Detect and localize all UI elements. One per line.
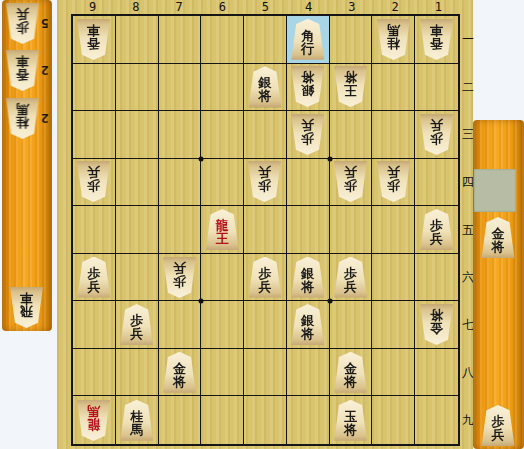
shogi-piece[interactable]: 銀将 [247, 66, 282, 107]
shogi-piece[interactable]: 金将 [419, 304, 454, 345]
file-label: 8 [114, 0, 157, 14]
piece-kanji: 歩 [258, 179, 271, 192]
file-label: 3 [330, 0, 373, 14]
shogi-piece[interactable]: 角行 [290, 19, 325, 60]
board-square[interactable]: 歩兵 [415, 111, 458, 159]
piece-kanji: 銀 [301, 84, 314, 97]
board-square[interactable]: 歩兵 [73, 254, 116, 302]
board-square[interactable] [201, 111, 244, 159]
hand-slot[interactable] [473, 261, 524, 308]
shogi-piece[interactable]: 歩兵 [5, 3, 40, 44]
shogi-piece[interactable]: 龍馬 [76, 400, 111, 441]
piece-kanji: 兵 [258, 166, 271, 179]
hand-piece-count: 5 [41, 16, 49, 31]
piece-kanji: 兵 [130, 327, 143, 340]
hand-slot[interactable] [473, 308, 524, 355]
hand-slot[interactable] [473, 120, 524, 167]
board-square[interactable]: 王将 [330, 64, 373, 112]
board-square[interactable] [201, 16, 244, 64]
board-square[interactable] [159, 301, 202, 349]
piece-kanji: 桂 [16, 116, 29, 129]
shogi-piece[interactable]: 歩兵 [333, 257, 368, 298]
piece-kanji: 兵 [492, 428, 505, 441]
board-square[interactable]: 銀将 [287, 301, 330, 349]
shogi-piece[interactable]: 桂馬 [5, 98, 40, 139]
hand-slot[interactable] [2, 189, 52, 236]
hand-slot[interactable]: 2桂馬 [2, 95, 52, 142]
hand-slot[interactable] [2, 142, 52, 189]
hand-slot[interactable]: 金将 [473, 214, 524, 261]
board-square[interactable] [116, 349, 159, 397]
board-square[interactable] [372, 349, 415, 397]
piece-kanji: 将 [344, 375, 357, 388]
piece-kanji: 将 [301, 71, 314, 84]
piece-kanji: 兵 [87, 166, 100, 179]
board-square[interactable] [116, 159, 159, 207]
file-labels: 987654321 [71, 0, 460, 14]
board-square[interactable] [201, 396, 244, 444]
board-square[interactable] [372, 206, 415, 254]
shogi-piece[interactable]: 金将 [333, 352, 368, 393]
board-square[interactable]: 歩兵 [415, 206, 458, 254]
board-square[interactable] [201, 301, 244, 349]
hand-slot-content: 2香車 [5, 50, 49, 91]
board-square[interactable]: 歩兵 [330, 254, 373, 302]
board-square[interactable] [116, 111, 159, 159]
shogi-piece[interactable]: 歩兵 [247, 257, 282, 298]
shogi-piece[interactable]: 飛車 [9, 287, 44, 328]
board-square[interactable] [73, 206, 116, 254]
piece-kanji: 角 [301, 29, 314, 42]
hand-slot-content: 2桂馬 [5, 98, 49, 139]
board-square[interactable] [201, 254, 244, 302]
board-square[interactable] [372, 64, 415, 112]
board-square[interactable] [372, 254, 415, 302]
board-square[interactable]: 歩兵 [116, 301, 159, 349]
shogi-piece[interactable]: 金将 [481, 217, 516, 258]
piece-kanji: 兵 [16, 8, 29, 21]
piece-kanji: 香 [87, 37, 100, 50]
piece-kanji: 金 [173, 362, 186, 375]
board-square[interactable] [201, 64, 244, 112]
hoshi-dot [199, 299, 204, 304]
piece-kanji: 車 [16, 55, 29, 68]
piece-kanji: 将 [301, 280, 314, 293]
shogi-piece[interactable]: 香車 [76, 19, 111, 60]
file-label: 1 [417, 0, 460, 14]
piece-kanji: 金 [430, 322, 443, 335]
shogi-piece[interactable]: 龍王 [205, 209, 240, 250]
piece-kanji: 兵 [258, 280, 271, 293]
piece-kanji: 歩 [87, 267, 100, 280]
shogi-piece[interactable]: 歩兵 [419, 209, 454, 250]
hand-slot[interactable]: 歩兵 [473, 402, 524, 449]
board-square[interactable]: 歩兵 [159, 254, 202, 302]
shogi-piece[interactable]: 桂馬 [119, 400, 154, 441]
board-area: 987654321 香車角行桂馬香車銀将銀将王将歩兵歩兵歩兵歩兵歩兵歩兵龍王歩兵… [57, 0, 473, 449]
piece-kanji: 桂 [130, 410, 143, 423]
hand-slot[interactable]: 5歩兵 [2, 0, 52, 47]
board-square[interactable] [244, 206, 287, 254]
shogi-piece[interactable]: 銀将 [290, 304, 325, 345]
hand-piece-count: 2 [41, 111, 49, 126]
piece-kanji: 歩 [344, 267, 357, 280]
hand-slot[interactable]: 飛車 [2, 284, 52, 331]
piece-kanji: 歩 [87, 179, 100, 192]
board-square[interactable]: 香車 [73, 16, 116, 64]
board-square[interactable]: 歩兵 [244, 159, 287, 207]
piece-kanji: 飛 [20, 305, 33, 318]
rank-label: 二 [461, 64, 475, 112]
hand-slot[interactable]: 2香車 [2, 47, 52, 94]
piece-kanji: 馬 [130, 423, 143, 436]
piece-kanji: 将 [430, 309, 443, 322]
hand-slot-content: 5歩兵 [5, 3, 49, 44]
piece-kanji: 兵 [173, 262, 186, 275]
shogi-piece[interactable]: 歩兵 [290, 114, 325, 155]
board-square[interactable] [330, 16, 373, 64]
piece-kanji: 兵 [344, 280, 357, 293]
board-square[interactable] [415, 64, 458, 112]
board-square[interactable] [159, 16, 202, 64]
board-square[interactable] [73, 64, 116, 112]
rank-label: 一 [461, 16, 475, 64]
hand-slot-content: 飛車 [9, 287, 45, 328]
board-square[interactable] [159, 159, 202, 207]
board-square[interactable] [415, 349, 458, 397]
board-square[interactable] [287, 396, 330, 444]
board-square[interactable]: 龍王 [201, 206, 244, 254]
board-square[interactable] [73, 111, 116, 159]
hand-slot[interactable] [473, 167, 524, 214]
board-square[interactable] [330, 206, 373, 254]
file-label: 6 [201, 0, 244, 14]
board-square[interactable]: 銀将 [287, 64, 330, 112]
board-square[interactable] [415, 396, 458, 444]
shogi-piece[interactable]: 香車 [419, 19, 454, 60]
piece-kanji: 車 [430, 24, 443, 37]
shogi-piece[interactable]: 歩兵 [419, 114, 454, 155]
piece-kanji: 兵 [344, 166, 357, 179]
board-square[interactable] [330, 111, 373, 159]
piece-kanji: 馬 [16, 103, 29, 116]
board-square[interactable] [116, 254, 159, 302]
board-square[interactable] [201, 349, 244, 397]
board-square[interactable]: 歩兵 [73, 159, 116, 207]
piece-kanji: 歩 [387, 179, 400, 192]
sente-hand-tray: 金将歩兵 [473, 120, 524, 449]
hoshi-dot [199, 156, 204, 161]
hand-slot[interactable] [473, 355, 524, 402]
piece-kanji: 玉 [344, 410, 357, 423]
shogi-piece[interactable]: 歩兵 [333, 161, 368, 202]
piece-kanji: 兵 [87, 280, 100, 293]
piece-kanji: 香 [16, 68, 29, 81]
board-square[interactable] [116, 206, 159, 254]
board-square[interactable] [73, 301, 116, 349]
piece-kanji: 将 [301, 327, 314, 340]
file-label: 2 [374, 0, 417, 14]
board-square[interactable] [159, 64, 202, 112]
shogi-piece[interactable]: 金将 [162, 352, 197, 393]
piece-kanji: 馬 [87, 405, 100, 418]
shogi-piece[interactable]: 歩兵 [119, 304, 154, 345]
shogi-piece[interactable]: 歩兵 [481, 405, 516, 446]
board-square[interactable] [201, 159, 244, 207]
board-square[interactable]: 桂馬 [372, 16, 415, 64]
board-square[interactable]: 銀将 [287, 254, 330, 302]
board-square[interactable] [244, 349, 287, 397]
piece-kanji: 将 [344, 71, 357, 84]
piece-kanji: 王 [344, 84, 357, 97]
piece-kanji: 車 [87, 24, 100, 37]
shogi-piece[interactable]: 銀将 [290, 257, 325, 298]
shogi-piece[interactable]: 歩兵 [162, 257, 197, 298]
piece-kanji: 車 [20, 292, 33, 305]
hand-slot[interactable] [2, 236, 52, 283]
board-square[interactable] [287, 159, 330, 207]
shogi-board: 香車角行桂馬香車銀将銀将王将歩兵歩兵歩兵歩兵歩兵歩兵龍王歩兵歩兵歩兵歩兵銀将歩兵… [71, 14, 460, 446]
board-square[interactable] [159, 206, 202, 254]
hand-slot-content: 金将 [481, 217, 517, 258]
hand-slot-content: 歩兵 [481, 405, 517, 446]
file-label: 5 [244, 0, 287, 14]
shogi-piece[interactable]: 銀将 [290, 66, 325, 107]
board-square[interactable]: 歩兵 [372, 159, 415, 207]
shogi-piece[interactable]: 歩兵 [247, 161, 282, 202]
board-square[interactable] [159, 111, 202, 159]
shogi-piece[interactable]: 歩兵 [376, 161, 411, 202]
board-square[interactable]: 香車 [415, 16, 458, 64]
piece-kanji: 将 [258, 89, 271, 102]
piece-kanji: 兵 [301, 119, 314, 132]
board-square[interactable]: 銀将 [244, 64, 287, 112]
shogi-piece[interactable]: 桂馬 [376, 19, 411, 60]
piece-kanji: 馬 [387, 24, 400, 37]
file-label: 4 [287, 0, 330, 14]
board-square[interactable] [415, 159, 458, 207]
piece-kanji: 兵 [430, 232, 443, 245]
board-square[interactable]: 角行 [287, 16, 330, 64]
piece-kanji: 歩 [344, 179, 357, 192]
board-square[interactable] [73, 349, 116, 397]
file-label: 7 [157, 0, 200, 14]
board-square[interactable] [330, 301, 373, 349]
board-square[interactable] [372, 111, 415, 159]
shogi-piece[interactable]: 玉将 [333, 400, 368, 441]
board-square[interactable]: 歩兵 [244, 254, 287, 302]
board-square[interactable]: 金将 [159, 349, 202, 397]
board-square[interactable] [287, 349, 330, 397]
board-square[interactable] [372, 301, 415, 349]
board-square[interactable] [244, 396, 287, 444]
board-square[interactable]: 金将 [415, 301, 458, 349]
board-square[interactable] [244, 16, 287, 64]
shogi-piece[interactable]: 香車 [5, 50, 40, 91]
board-square[interactable] [415, 254, 458, 302]
board-square[interactable]: 桂馬 [116, 396, 159, 444]
board-square[interactable]: 玉将 [330, 396, 373, 444]
piece-kanji: 王 [216, 232, 229, 245]
board-square[interactable] [116, 16, 159, 64]
hoshi-dot [327, 299, 332, 304]
board-square[interactable] [116, 64, 159, 112]
hand-piece-count: 2 [41, 63, 49, 78]
board-square[interactable]: 歩兵 [287, 111, 330, 159]
piece-kanji: 将 [173, 375, 186, 388]
board-square[interactable] [287, 206, 330, 254]
board-square[interactable]: 金将 [330, 349, 373, 397]
gote-hand-tray: 5歩兵2香車2桂馬飛車 [2, 0, 52, 331]
piece-kanji: 歩 [430, 132, 443, 145]
board-square[interactable]: 龍馬 [73, 396, 116, 444]
piece-kanji: 兵 [387, 166, 400, 179]
piece-kanji: 将 [492, 240, 505, 253]
piece-kanji: 将 [344, 423, 357, 436]
piece-kanji: 歩 [258, 267, 271, 280]
shogi-piece[interactable]: 王将 [333, 66, 368, 107]
piece-kanji: 歩 [16, 21, 29, 34]
shogi-piece[interactable]: 歩兵 [76, 161, 111, 202]
board-square[interactable] [244, 111, 287, 159]
hoshi-dot [327, 156, 332, 161]
piece-kanji: 銀 [301, 267, 314, 280]
file-label: 9 [71, 0, 114, 14]
piece-kanji: 歩 [173, 275, 186, 288]
board-square[interactable] [244, 301, 287, 349]
piece-kanji: 桂 [387, 37, 400, 50]
piece-kanji: 兵 [430, 119, 443, 132]
piece-kanji: 香 [430, 37, 443, 50]
piece-kanji: 歩 [301, 132, 314, 145]
piece-kanji: 龍 [87, 418, 100, 431]
piece-kanji: 金 [344, 362, 357, 375]
board-square[interactable]: 歩兵 [330, 159, 373, 207]
piece-kanji: 行 [301, 42, 314, 55]
shogi-piece[interactable]: 歩兵 [76, 257, 111, 298]
board-square[interactable] [159, 396, 202, 444]
board-square[interactable] [372, 396, 415, 444]
